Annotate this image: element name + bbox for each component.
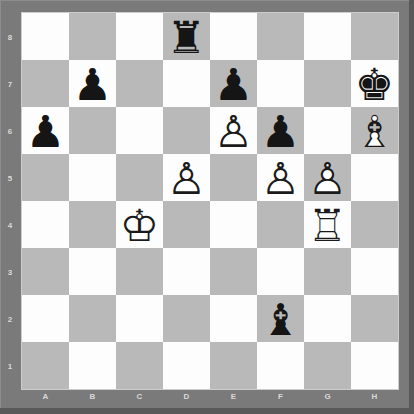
- square-f1[interactable]: [257, 342, 304, 389]
- square-d3[interactable]: [163, 248, 210, 295]
- file-label-f: F: [257, 389, 304, 407]
- square-f3[interactable]: [257, 248, 304, 295]
- square-b1[interactable]: [69, 342, 116, 389]
- square-b3[interactable]: [69, 248, 116, 295]
- white-pawn[interactable]: ♙: [257, 154, 304, 201]
- square-h5[interactable]: [351, 154, 398, 201]
- white-pawn[interactable]: ♙: [210, 107, 257, 154]
- rank-label-1: 1: [0, 342, 20, 389]
- square-b8[interactable]: [69, 13, 116, 60]
- square-e3[interactable]: [210, 248, 257, 295]
- file-label-g: G: [304, 389, 351, 407]
- white-pawn-fill: ♟: [304, 154, 351, 201]
- square-c6[interactable]: [116, 107, 163, 154]
- file-label-a: A: [22, 389, 69, 407]
- square-h3[interactable]: [351, 248, 398, 295]
- square-b6[interactable]: [69, 107, 116, 154]
- square-e7-black-pawn[interactable]: ♟: [210, 60, 257, 107]
- square-f8[interactable]: [257, 13, 304, 60]
- square-a8[interactable]: [22, 13, 69, 60]
- square-e8[interactable]: [210, 13, 257, 60]
- white-bishop-fill: ♝: [351, 107, 398, 154]
- square-g4-white-rook[interactable]: ♜♖: [304, 201, 351, 248]
- rank-label-2: 2: [0, 295, 20, 342]
- rank-label-8: 8: [0, 13, 20, 60]
- rank-label-5: 5: [0, 154, 20, 201]
- rank-labels: 87654321: [0, 13, 20, 389]
- rank-label-4: 4: [0, 201, 20, 248]
- rank-label-7: 7: [0, 60, 20, 107]
- square-h8[interactable]: [351, 13, 398, 60]
- square-g7[interactable]: [304, 60, 351, 107]
- square-e5[interactable]: [210, 154, 257, 201]
- file-labels: ABCDEFGH: [22, 389, 398, 407]
- square-d5-white-pawn[interactable]: ♟♙: [163, 154, 210, 201]
- file-label-e: E: [210, 389, 257, 407]
- square-a6-black-pawn[interactable]: ♟: [22, 107, 69, 154]
- white-pawn-fill: ♟: [163, 154, 210, 201]
- white-rook[interactable]: ♖: [304, 201, 351, 248]
- white-bishop[interactable]: ♗: [351, 107, 398, 154]
- square-c7[interactable]: [116, 60, 163, 107]
- square-f4[interactable]: [257, 201, 304, 248]
- square-a4[interactable]: [22, 201, 69, 248]
- white-pawn[interactable]: ♙: [163, 154, 210, 201]
- square-g8[interactable]: [304, 13, 351, 60]
- white-pawn[interactable]: ♙: [304, 154, 351, 201]
- file-label-h: H: [351, 389, 398, 407]
- black-bishop[interactable]: ♝: [257, 295, 304, 342]
- square-g3[interactable]: [304, 248, 351, 295]
- white-pawn-fill: ♟: [257, 154, 304, 201]
- square-c1[interactable]: [116, 342, 163, 389]
- square-e1[interactable]: [210, 342, 257, 389]
- square-c4-white-king[interactable]: ♚♔: [116, 201, 163, 248]
- square-g1[interactable]: [304, 342, 351, 389]
- file-label-b: B: [69, 389, 116, 407]
- chess-board: ♜♟♟♚♟♟♙♟♝♗♟♙♟♙♟♙♚♔♜♖♝: [22, 13, 398, 389]
- white-rook-fill: ♜: [304, 201, 351, 248]
- square-b5[interactable]: [69, 154, 116, 201]
- white-king[interactable]: ♔: [116, 201, 163, 248]
- board-frame: 87654321 ABCDEFGH ♜♟♟♚♟♟♙♟♝♗♟♙♟♙♟♙♚♔♜♖♝: [0, 0, 414, 414]
- square-f5-white-pawn[interactable]: ♟♙: [257, 154, 304, 201]
- black-pawn[interactable]: ♟: [257, 107, 304, 154]
- square-b7-black-pawn[interactable]: ♟: [69, 60, 116, 107]
- square-e4[interactable]: [210, 201, 257, 248]
- square-h4[interactable]: [351, 201, 398, 248]
- square-f7[interactable]: [257, 60, 304, 107]
- square-a1[interactable]: [22, 342, 69, 389]
- square-a5[interactable]: [22, 154, 69, 201]
- square-g6[interactable]: [304, 107, 351, 154]
- square-e6-white-pawn[interactable]: ♟♙: [210, 107, 257, 154]
- square-h6-white-bishop[interactable]: ♝♗: [351, 107, 398, 154]
- square-f2-black-bishop[interactable]: ♝: [257, 295, 304, 342]
- white-pawn-fill: ♟: [210, 107, 257, 154]
- square-a2[interactable]: [22, 295, 69, 342]
- square-c2[interactable]: [116, 295, 163, 342]
- square-d8-black-rook[interactable]: ♜: [163, 13, 210, 60]
- square-g2[interactable]: [304, 295, 351, 342]
- square-c8[interactable]: [116, 13, 163, 60]
- square-f6-black-pawn[interactable]: ♟: [257, 107, 304, 154]
- square-b2[interactable]: [69, 295, 116, 342]
- file-label-d: D: [163, 389, 210, 407]
- black-pawn[interactable]: ♟: [210, 60, 257, 107]
- square-d2[interactable]: [163, 295, 210, 342]
- square-d1[interactable]: [163, 342, 210, 389]
- black-king[interactable]: ♚: [351, 60, 398, 107]
- rank-label-6: 6: [0, 107, 20, 154]
- rank-label-3: 3: [0, 248, 20, 295]
- square-c5[interactable]: [116, 154, 163, 201]
- file-label-c: C: [116, 389, 163, 407]
- black-pawn[interactable]: ♟: [69, 60, 116, 107]
- square-h2[interactable]: [351, 295, 398, 342]
- square-e2[interactable]: [210, 295, 257, 342]
- square-h1[interactable]: [351, 342, 398, 389]
- square-a3[interactable]: [22, 248, 69, 295]
- square-d4[interactable]: [163, 201, 210, 248]
- square-c3[interactable]: [116, 248, 163, 295]
- square-h7-black-king[interactable]: ♚: [351, 60, 398, 107]
- white-king-fill: ♚: [116, 201, 163, 248]
- square-d7[interactable]: [163, 60, 210, 107]
- black-pawn[interactable]: ♟: [22, 107, 69, 154]
- black-rook[interactable]: ♜: [163, 13, 210, 60]
- square-g5-white-pawn[interactable]: ♟♙: [304, 154, 351, 201]
- square-d6[interactable]: [163, 107, 210, 154]
- square-b4[interactable]: [69, 201, 116, 248]
- square-a7[interactable]: [22, 60, 69, 107]
